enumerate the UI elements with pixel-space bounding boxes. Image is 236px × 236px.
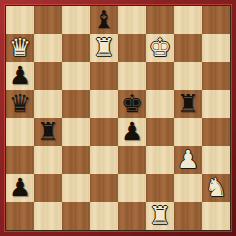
square-g6[interactable] <box>174 62 202 90</box>
square-e3[interactable] <box>118 146 146 174</box>
square-d2[interactable] <box>90 174 118 202</box>
square-b4[interactable]: ♜ <box>34 118 62 146</box>
square-h1[interactable] <box>202 202 230 230</box>
square-a4[interactable] <box>6 118 34 146</box>
square-c3[interactable] <box>62 146 90 174</box>
square-e1[interactable] <box>118 202 146 230</box>
square-b7[interactable] <box>34 34 62 62</box>
square-g4[interactable] <box>174 118 202 146</box>
square-h6[interactable] <box>202 62 230 90</box>
square-b3[interactable] <box>34 146 62 174</box>
square-h5[interactable] <box>202 90 230 118</box>
square-c2[interactable] <box>62 174 90 202</box>
black-pawn-a2[interactable]: ♟ <box>6 174 34 202</box>
square-g3[interactable]: ♟ <box>174 146 202 174</box>
square-f1[interactable]: ♜ <box>146 202 174 230</box>
square-g1[interactable] <box>174 202 202 230</box>
square-c8[interactable] <box>62 6 90 34</box>
square-f2[interactable] <box>146 174 174 202</box>
square-d8[interactable]: ♝ <box>90 6 118 34</box>
square-g2[interactable] <box>174 174 202 202</box>
square-d5[interactable] <box>90 90 118 118</box>
square-e8[interactable] <box>118 6 146 34</box>
square-g5[interactable]: ♜ <box>174 90 202 118</box>
black-pawn-e4[interactable]: ♟ <box>118 118 146 146</box>
square-f4[interactable] <box>146 118 174 146</box>
square-a8[interactable] <box>6 6 34 34</box>
white-king-f7[interactable]: ♚ <box>146 34 174 62</box>
square-a2[interactable]: ♟ <box>6 174 34 202</box>
square-e4[interactable]: ♟ <box>118 118 146 146</box>
square-h4[interactable] <box>202 118 230 146</box>
black-rook-b4[interactable]: ♜ <box>34 118 62 146</box>
square-g7[interactable] <box>174 34 202 62</box>
white-pawn-g3[interactable]: ♟ <box>174 146 202 174</box>
chess-board: ♝♛♜♚♟♛♚♜♜♟♟♟♞♜ <box>6 6 230 230</box>
square-f5[interactable] <box>146 90 174 118</box>
square-c7[interactable] <box>62 34 90 62</box>
square-d1[interactable] <box>90 202 118 230</box>
black-pawn-a6[interactable]: ♟ <box>6 62 34 90</box>
square-b1[interactable] <box>34 202 62 230</box>
board-frame: ♝♛♜♚♟♛♚♜♜♟♟♟♞♜ <box>0 0 236 236</box>
square-g8[interactable] <box>174 6 202 34</box>
white-rook-d7[interactable]: ♜ <box>90 34 118 62</box>
square-e6[interactable] <box>118 62 146 90</box>
square-h3[interactable] <box>202 146 230 174</box>
square-c6[interactable] <box>62 62 90 90</box>
square-c5[interactable] <box>62 90 90 118</box>
square-a6[interactable]: ♟ <box>6 62 34 90</box>
square-e5[interactable]: ♚ <box>118 90 146 118</box>
square-h8[interactable] <box>202 6 230 34</box>
square-d6[interactable] <box>90 62 118 90</box>
square-h2[interactable]: ♞ <box>202 174 230 202</box>
white-rook-f1[interactable]: ♜ <box>146 202 174 230</box>
square-d4[interactable] <box>90 118 118 146</box>
square-a1[interactable] <box>6 202 34 230</box>
square-c4[interactable] <box>62 118 90 146</box>
black-queen-a5[interactable]: ♛ <box>6 90 34 118</box>
square-d7[interactable]: ♜ <box>90 34 118 62</box>
square-d3[interactable] <box>90 146 118 174</box>
black-king-e5[interactable]: ♚ <box>118 90 146 118</box>
square-b5[interactable] <box>34 90 62 118</box>
square-h7[interactable] <box>202 34 230 62</box>
square-b6[interactable] <box>34 62 62 90</box>
square-c1[interactable] <box>62 202 90 230</box>
square-f6[interactable] <box>146 62 174 90</box>
square-b2[interactable] <box>34 174 62 202</box>
black-bishop-d8[interactable]: ♝ <box>90 6 118 34</box>
square-f7[interactable]: ♚ <box>146 34 174 62</box>
square-a7[interactable]: ♛ <box>6 34 34 62</box>
square-e2[interactable] <box>118 174 146 202</box>
white-queen-a7[interactable]: ♛ <box>6 34 34 62</box>
square-a5[interactable]: ♛ <box>6 90 34 118</box>
white-knight-h2[interactable]: ♞ <box>202 174 230 202</box>
square-b8[interactable] <box>34 6 62 34</box>
square-a3[interactable] <box>6 146 34 174</box>
square-f8[interactable] <box>146 6 174 34</box>
square-f3[interactable] <box>146 146 174 174</box>
black-rook-g5[interactable]: ♜ <box>174 90 202 118</box>
square-e7[interactable] <box>118 34 146 62</box>
